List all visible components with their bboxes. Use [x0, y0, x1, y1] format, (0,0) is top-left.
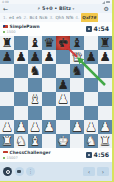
square-g2[interactable]: ♟ [84, 120, 98, 134]
player-name-top: SimplePawn [10, 24, 40, 29]
white-queen: ♛ [71, 50, 82, 64]
app-bar: ← ⚡ 5+0 • Blitz ▾ ⚙ [0, 4, 112, 13]
square-b7[interactable]: ♟ [14, 50, 28, 64]
black-rook: ♜ [99, 36, 110, 50]
black-pawn: ♟ [29, 50, 40, 64]
analysis-icon [6, 170, 10, 174]
square-c6[interactable]: ♞ [28, 64, 42, 78]
black-knight: ♞ [71, 64, 82, 78]
square-f3[interactable] [70, 106, 84, 120]
square-h4[interactable] [98, 92, 112, 106]
clock-icon [86, 26, 92, 32]
chat-bubble-icon [17, 170, 21, 173]
square-c8[interactable]: ♝ [28, 36, 42, 50]
white-pawn: ♟ [99, 120, 110, 134]
square-h3[interactable] [98, 106, 112, 120]
square-b8[interactable] [14, 36, 28, 50]
square-f4[interactable] [70, 92, 84, 106]
back-button[interactable]: ← [3, 4, 8, 13]
square-g1[interactable]: ♞ [84, 134, 98, 148]
black-bishop: ♝ [71, 36, 82, 50]
game-title-group[interactable]: ⚡ 5+0 • Blitz ▾ [37, 6, 74, 11]
square-d6[interactable] [42, 64, 56, 78]
chess-board[interactable]: ♜♝♛♚♝♜♟♟♟♟♛♟♟♞♞♟♝♟♟♟♟♟♟♟♟♜♞♝♚♞♜ [0, 36, 112, 148]
white-pawn: ♟ [85, 120, 96, 134]
current-move[interactable]: Qxf7# [81, 13, 98, 22]
square-f8[interactable]: ♝ [70, 36, 84, 50]
settings-button[interactable]: ⚙ [104, 4, 109, 13]
black-pawn: ♟ [57, 78, 68, 92]
kebab-icon: ⋮ [28, 167, 33, 176]
online-dot [3, 31, 5, 33]
square-a7[interactable]: ♟ [0, 50, 14, 64]
app-window: 4:09 ← ⚡ 5+0 • Blitz ▾ ⚙ 1.e4e52.Bc4Nc63… [0, 0, 112, 181]
square-d7[interactable]: ♟ [42, 50, 56, 64]
square-g3[interactable] [84, 106, 98, 120]
flag-icon [3, 151, 8, 155]
blitz-icon: ⚡ [37, 6, 40, 11]
clock-bottom: 4:56 [94, 148, 109, 162]
black-pawn: ♟ [85, 50, 96, 64]
white-pawn: ♟ [57, 92, 68, 106]
clock-top: 4:54 [94, 22, 109, 36]
square-c7[interactable]: ♟ [28, 50, 42, 64]
black-knight: ♞ [29, 64, 40, 78]
square-h6[interactable] [98, 64, 112, 78]
square-c1[interactable]: ♝ [28, 134, 42, 148]
square-h2[interactable]: ♟ [98, 120, 112, 134]
square-a4[interactable] [0, 92, 14, 106]
square-a6[interactable] [0, 64, 14, 78]
square-f1[interactable] [70, 134, 84, 148]
game-title: 5+0 • Blitz [42, 6, 71, 11]
square-d1[interactable] [42, 134, 56, 148]
square-b3[interactable] [14, 106, 28, 120]
square-b5[interactable] [14, 78, 28, 92]
white-king: ♚ [57, 134, 68, 148]
black-king: ♚ [57, 36, 68, 50]
white-bishop: ♝ [29, 134, 40, 148]
square-h5[interactable] [98, 78, 112, 92]
white-rook: ♜ [1, 134, 12, 148]
player-rating-bottom: 1500? [7, 156, 18, 160]
square-g5[interactable] [84, 78, 98, 92]
square-a3[interactable] [0, 106, 14, 120]
move-token[interactable]: e5 [16, 13, 21, 22]
more-button[interactable]: ⋮ [26, 167, 35, 176]
square-a5[interactable] [0, 78, 14, 92]
player-bar-top[interactable]: SimplePawn 1500 4:54 [0, 22, 112, 36]
white-pawn: ♟ [15, 120, 26, 134]
prev-move-button[interactable]: ‹ [83, 167, 95, 176]
bottom-toolbar: ⋮ ‹ › [0, 162, 112, 181]
clock-icon [86, 152, 92, 158]
flag-icon [3, 25, 8, 29]
square-e7[interactable] [56, 50, 70, 64]
square-c3[interactable] [28, 106, 42, 120]
square-f6[interactable]: ♞ [70, 64, 84, 78]
square-h1[interactable]: ♜ [98, 134, 112, 148]
black-pawn: ♟ [1, 50, 12, 64]
analysis-button[interactable] [3, 167, 12, 176]
square-d3[interactable] [42, 106, 56, 120]
move-token[interactable]: 4. [75, 13, 79, 22]
white-pawn: ♟ [1, 120, 12, 134]
white-knight: ♞ [85, 134, 96, 148]
move-token[interactable]: Nc6 [39, 13, 47, 22]
black-bishop: ♝ [29, 36, 40, 50]
square-a1[interactable]: ♜ [0, 134, 14, 148]
square-d5[interactable] [42, 78, 56, 92]
battery-icon [106, 1, 110, 4]
move-token[interactable]: 2. [24, 13, 28, 22]
move-token[interactable]: 1. [3, 13, 7, 22]
square-c4[interactable]: ♝ [28, 92, 42, 106]
square-a8[interactable]: ♜ [0, 36, 14, 50]
black-queen: ♛ [43, 36, 54, 50]
black-pawn: ♟ [15, 50, 26, 64]
square-g8[interactable] [84, 36, 98, 50]
square-e1[interactable]: ♚ [56, 134, 70, 148]
player-rating-top: 1500 [7, 30, 16, 34]
white-pawn: ♟ [43, 120, 54, 134]
square-e8[interactable]: ♚ [56, 36, 70, 50]
square-b2[interactable]: ♟ [14, 120, 28, 134]
square-e4[interactable]: ♟ [56, 92, 70, 106]
white-knight: ♞ [15, 134, 26, 148]
square-a2[interactable]: ♟ [0, 120, 14, 134]
square-e6[interactable] [56, 64, 70, 78]
square-b4[interactable] [14, 92, 28, 106]
square-g4[interactable] [84, 92, 98, 106]
square-e5[interactable]: ♟ [56, 78, 70, 92]
black-pawn: ♟ [43, 50, 54, 64]
move-token[interactable]: Bc4 [30, 13, 38, 22]
player-name-bottom: ChessChallenger [10, 150, 51, 155]
square-d2[interactable]: ♟ [42, 120, 56, 134]
square-c5[interactable] [28, 78, 42, 92]
square-d4[interactable] [42, 92, 56, 106]
white-bishop: ♝ [29, 92, 40, 106]
square-e3[interactable] [56, 106, 70, 120]
square-f2[interactable]: ♟ [70, 120, 84, 134]
square-b1[interactable]: ♞ [14, 134, 28, 148]
square-f7[interactable]: ♛ [70, 50, 84, 64]
player-bar-bottom[interactable]: ChessChallenger 1500? 4:56 [0, 148, 112, 162]
board-area: ♜♝♛♚♝♜♟♟♟♟♛♟♟♞♞♟♝♟♟♟♟♟♟♟♟♜♞♝♚♞♜ [0, 36, 112, 148]
move-list[interactable]: 1.e4e52.Bc4Nc63.Qh5Nf64.Qxf7# [0, 13, 112, 22]
move-token[interactable]: e4 [9, 13, 14, 22]
white-pawn: ♟ [29, 120, 40, 134]
square-h7[interactable]: ♟ [98, 50, 112, 64]
square-g6[interactable] [84, 64, 98, 78]
move-token[interactable]: Qh5 [55, 13, 64, 22]
square-e2[interactable] [56, 120, 70, 134]
square-b6[interactable] [14, 64, 28, 78]
move-token[interactable]: Nf6 [66, 13, 73, 22]
black-pawn: ♟ [99, 50, 110, 64]
white-rook: ♜ [99, 134, 110, 148]
chevron-down-icon: ▾ [73, 7, 75, 11]
white-pawn: ♟ [71, 120, 82, 134]
square-g7[interactable]: ♟ [84, 50, 98, 64]
chat-button[interactable] [15, 167, 24, 176]
black-rook: ♜ [1, 36, 12, 50]
online-dot [3, 157, 5, 159]
square-h8[interactable]: ♜ [98, 36, 112, 50]
square-c2[interactable]: ♟ [28, 120, 42, 134]
square-d8[interactable]: ♛ [42, 36, 56, 50]
next-move-button[interactable]: › [97, 167, 109, 176]
square-f5[interactable] [70, 78, 84, 92]
move-token[interactable]: 3. [49, 13, 53, 22]
